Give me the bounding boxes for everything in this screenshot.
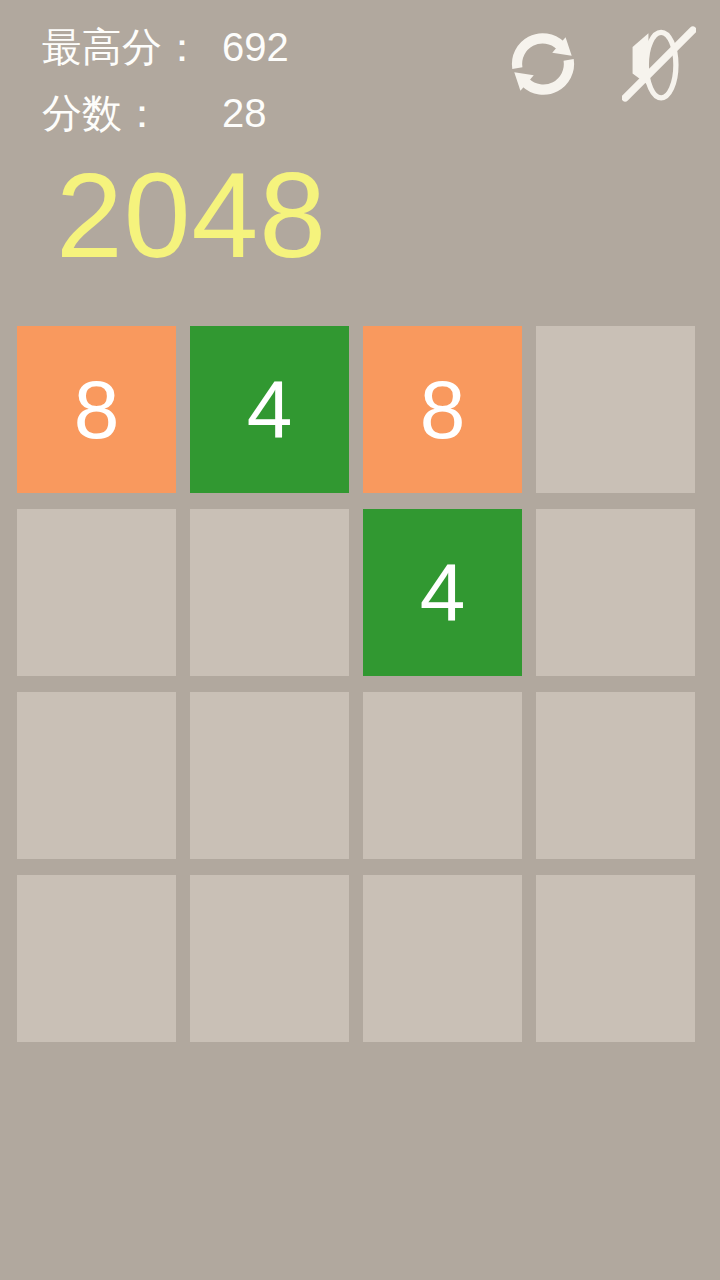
empty-cell <box>17 509 176 676</box>
page-title: 2048 <box>56 160 327 270</box>
empty-cell <box>536 326 695 493</box>
empty-cell <box>190 875 349 1042</box>
empty-cell <box>190 692 349 859</box>
empty-cell <box>17 875 176 1042</box>
empty-cell <box>190 509 349 676</box>
empty-cell <box>536 875 695 1042</box>
mute-button[interactable] <box>622 26 696 102</box>
score-panel: 最高分： 692 分数： 28 <box>42 14 289 146</box>
best-score-value: 692 <box>222 14 289 80</box>
current-score-row: 分数： 28 <box>42 80 289 146</box>
refresh-icon <box>506 24 580 104</box>
board[interactable]: 8484 <box>17 326 695 1042</box>
best-score-row: 最高分： 692 <box>42 14 289 80</box>
empty-cell <box>363 875 522 1042</box>
current-score-label: 分数： <box>42 80 222 146</box>
empty-cell <box>536 509 695 676</box>
tile-4: 4 <box>363 509 522 676</box>
current-score-value: 28 <box>222 80 267 146</box>
empty-cell <box>17 692 176 859</box>
empty-cell <box>363 692 522 859</box>
empty-cell <box>536 692 695 859</box>
tile-8: 8 <box>363 326 522 493</box>
restart-button[interactable] <box>506 24 580 104</box>
tile-4: 4 <box>190 326 349 493</box>
tile-8: 8 <box>17 326 176 493</box>
muted-speaker-icon <box>622 26 696 102</box>
best-score-label: 最高分： <box>42 14 222 80</box>
